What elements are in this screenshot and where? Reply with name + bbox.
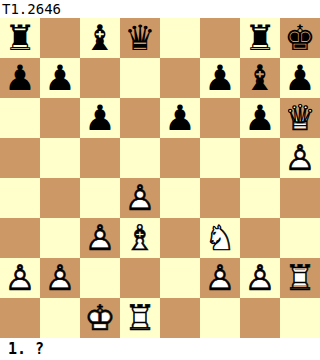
piece-white-pawn[interactable]: ♟♙ (0, 258, 40, 298)
black-pawn-icon: ♟ (280, 58, 320, 98)
piece-black-pawn[interactable]: ♟ (280, 58, 320, 98)
chess-board: ♜♝♛♜♚♟♟♟♝♟♟♟♟♛♕♟♙♟♙♟♙♝♗♞♘♟♙♟♙♟♙♟♙♜♖♚♔♜♖ (0, 18, 320, 338)
square-d5[interactable] (120, 138, 160, 178)
piece-white-queen[interactable]: ♛♕ (280, 98, 320, 138)
square-a4[interactable] (0, 178, 40, 218)
white-rook-outline-icon: ♖ (120, 298, 160, 338)
square-b2[interactable]: ♟♙ (40, 258, 80, 298)
piece-white-rook[interactable]: ♜♖ (120, 298, 160, 338)
piece-white-rook[interactable]: ♜♖ (280, 258, 320, 298)
square-e4[interactable] (160, 178, 200, 218)
square-b8[interactable] (40, 18, 80, 58)
square-f8[interactable] (200, 18, 240, 58)
piece-white-king[interactable]: ♚♔ (80, 298, 120, 338)
square-f5[interactable] (200, 138, 240, 178)
square-c3[interactable]: ♟♙ (80, 218, 120, 258)
square-e7[interactable] (160, 58, 200, 98)
square-e8[interactable] (160, 18, 200, 58)
square-b3[interactable] (40, 218, 80, 258)
white-king-outline-icon: ♔ (80, 298, 120, 338)
square-f3[interactable]: ♞♘ (200, 218, 240, 258)
piece-black-pawn[interactable]: ♟ (80, 98, 120, 138)
square-e6[interactable]: ♟ (160, 98, 200, 138)
piece-white-bishop[interactable]: ♝♗ (120, 218, 160, 258)
black-queen-icon: ♛ (120, 18, 160, 58)
square-d6[interactable] (120, 98, 160, 138)
square-h7[interactable]: ♟ (280, 58, 320, 98)
black-bishop-icon: ♝ (80, 18, 120, 58)
white-pawn-outline-icon: ♙ (120, 178, 160, 218)
square-h6[interactable]: ♛♕ (280, 98, 320, 138)
black-pawn-icon: ♟ (160, 98, 200, 138)
piece-black-pawn[interactable]: ♟ (200, 58, 240, 98)
square-e5[interactable] (160, 138, 200, 178)
square-d8[interactable]: ♛ (120, 18, 160, 58)
square-g6[interactable]: ♟ (240, 98, 280, 138)
square-g8[interactable]: ♜ (240, 18, 280, 58)
piece-black-pawn[interactable]: ♟ (0, 58, 40, 98)
square-h4[interactable] (280, 178, 320, 218)
black-pawn-icon: ♟ (240, 98, 280, 138)
square-g4[interactable] (240, 178, 280, 218)
square-d2[interactable] (120, 258, 160, 298)
square-f6[interactable] (200, 98, 240, 138)
footer: 1. ? (0, 338, 320, 360)
square-a3[interactable] (0, 218, 40, 258)
piece-white-pawn[interactable]: ♟♙ (40, 258, 80, 298)
black-king-icon: ♚ (280, 18, 320, 58)
square-c8[interactable]: ♝ (80, 18, 120, 58)
piece-black-rook[interactable]: ♜ (0, 18, 40, 58)
header: T1.2646 (0, 0, 320, 18)
piece-black-pawn[interactable]: ♟ (240, 98, 280, 138)
square-b4[interactable] (40, 178, 80, 218)
piece-white-pawn[interactable]: ♟♙ (240, 258, 280, 298)
square-e3[interactable] (160, 218, 200, 258)
black-pawn-icon: ♟ (200, 58, 240, 98)
square-c7[interactable] (80, 58, 120, 98)
white-pawn-outline-icon: ♙ (0, 258, 40, 298)
square-a1[interactable] (0, 298, 40, 338)
piece-black-rook[interactable]: ♜ (240, 18, 280, 58)
white-rook-outline-icon: ♖ (280, 258, 320, 298)
piece-black-bishop[interactable]: ♝ (240, 58, 280, 98)
square-b6[interactable] (40, 98, 80, 138)
square-a8[interactable]: ♜ (0, 18, 40, 58)
piece-black-queen[interactable]: ♛ (120, 18, 160, 58)
square-c1[interactable]: ♚♔ (80, 298, 120, 338)
move-prompt: 1. ? (8, 340, 44, 358)
white-pawn-outline-icon: ♙ (200, 258, 240, 298)
square-d3[interactable]: ♝♗ (120, 218, 160, 258)
white-pawn-outline-icon: ♙ (280, 138, 320, 178)
square-b1[interactable] (40, 298, 80, 338)
square-a2[interactable]: ♟♙ (0, 258, 40, 298)
square-h3[interactable] (280, 218, 320, 258)
puzzle-title: T1.2646 (2, 1, 61, 17)
piece-white-knight[interactable]: ♞♘ (200, 218, 240, 258)
puzzle-page: T1.2646 ♜♝♛♜♚♟♟♟♝♟♟♟♟♛♕♟♙♟♙♟♙♝♗♞♘♟♙♟♙♟♙♟… (0, 0, 320, 360)
piece-white-pawn[interactable]: ♟♙ (80, 218, 120, 258)
square-g7[interactable]: ♝ (240, 58, 280, 98)
square-g5[interactable] (240, 138, 280, 178)
white-pawn-outline-icon: ♙ (80, 218, 120, 258)
square-a6[interactable] (0, 98, 40, 138)
square-h1[interactable] (280, 298, 320, 338)
square-d7[interactable] (120, 58, 160, 98)
square-a7[interactable]: ♟ (0, 58, 40, 98)
square-c4[interactable] (80, 178, 120, 218)
square-d1[interactable]: ♜♖ (120, 298, 160, 338)
square-f7[interactable]: ♟ (200, 58, 240, 98)
black-rook-icon: ♜ (0, 18, 40, 58)
piece-black-pawn[interactable]: ♟ (160, 98, 200, 138)
square-f4[interactable] (200, 178, 240, 218)
black-pawn-icon: ♟ (0, 58, 40, 98)
piece-black-bishop[interactable]: ♝ (80, 18, 120, 58)
square-g2[interactable]: ♟♙ (240, 258, 280, 298)
square-a5[interactable] (0, 138, 40, 178)
square-h8[interactable]: ♚ (280, 18, 320, 58)
square-e2[interactable] (160, 258, 200, 298)
square-g1[interactable] (240, 298, 280, 338)
square-c5[interactable] (80, 138, 120, 178)
piece-white-pawn[interactable]: ♟♙ (200, 258, 240, 298)
square-b5[interactable] (40, 138, 80, 178)
square-g3[interactable] (240, 218, 280, 258)
black-rook-icon: ♜ (240, 18, 280, 58)
white-pawn-outline-icon: ♙ (40, 258, 80, 298)
black-bishop-icon: ♝ (240, 58, 280, 98)
piece-white-pawn[interactable]: ♟♙ (120, 178, 160, 218)
piece-black-pawn[interactable]: ♟ (40, 58, 80, 98)
white-knight-outline-icon: ♘ (200, 218, 240, 258)
square-h2[interactable]: ♜♖ (280, 258, 320, 298)
square-b7[interactable]: ♟ (40, 58, 80, 98)
square-f1[interactable] (200, 298, 240, 338)
square-c2[interactable] (80, 258, 120, 298)
square-d4[interactable]: ♟♙ (120, 178, 160, 218)
white-queen-outline-icon: ♕ (280, 98, 320, 138)
square-c6[interactable]: ♟ (80, 98, 120, 138)
white-bishop-outline-icon: ♗ (120, 218, 160, 258)
black-pawn-icon: ♟ (80, 98, 120, 138)
square-e1[interactable] (160, 298, 200, 338)
piece-black-king[interactable]: ♚ (280, 18, 320, 58)
piece-white-pawn[interactable]: ♟♙ (280, 138, 320, 178)
white-pawn-outline-icon: ♙ (240, 258, 280, 298)
black-pawn-icon: ♟ (40, 58, 80, 98)
square-f2[interactable]: ♟♙ (200, 258, 240, 298)
square-h5[interactable]: ♟♙ (280, 138, 320, 178)
